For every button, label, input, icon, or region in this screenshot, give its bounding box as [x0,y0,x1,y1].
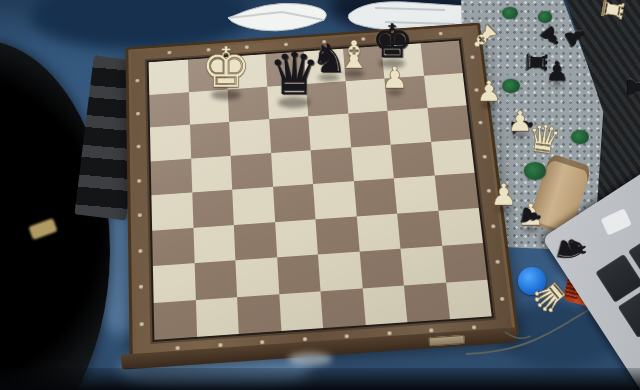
coordinate-label-dot [470,55,474,59]
carpet-reflection [288,352,332,366]
coordinate-label-dot [491,224,496,228]
coordinate-label-dot [137,145,141,149]
square [271,150,313,187]
coordinate-label-dot [429,328,434,332]
coordinate-label-dot [136,111,140,115]
square [226,54,267,89]
square [231,153,273,190]
piece-shadow [379,59,404,67]
square [400,246,445,285]
square [194,260,237,299]
square [351,144,394,181]
coordinate-label-dot [500,296,505,300]
piece-shadow [278,97,310,107]
coordinate-label-dot [387,331,392,335]
square [193,225,235,264]
square [308,114,350,150]
coordinate-label-dot [482,154,486,158]
square [265,51,306,86]
coordinate-label-dot [260,340,264,344]
square [235,257,278,296]
coordinate-label-dot [471,325,476,329]
square [318,252,362,291]
green-felt-base [502,79,520,93]
square [234,222,277,261]
coordinate-label-dot [135,79,139,83]
square [404,282,450,322]
square [313,181,356,219]
square [232,187,274,225]
coordinate-label-dot [138,249,142,253]
square [229,119,271,155]
square [151,192,193,230]
square [311,147,354,184]
chessboard [125,23,519,362]
coordinate-label-dot [137,179,141,183]
coordinate-label-dot [167,51,171,55]
square [359,249,404,288]
square [345,78,387,114]
square [275,219,318,258]
coordinate-label-dot [245,45,249,49]
coordinate-label-dot [344,334,348,338]
coordinate-label-dot [206,48,210,52]
coordinate-label-dot [139,285,143,289]
square [438,207,483,245]
photo-scene: ♚♛♞♝♚♟♝♜♟♟♜♟♟♝♟♛♟♟♟♞♛♟ [0,0,640,390]
coordinate-label-dot [138,213,142,217]
square [195,297,238,337]
green-felt-base [571,130,589,144]
square [269,116,311,152]
coordinate-label-dot [283,43,287,47]
square [150,125,191,161]
square [442,243,488,282]
square [353,178,397,216]
square [151,158,192,195]
coordinate-label-dot [438,32,442,36]
coordinate-label-dot [302,337,306,341]
square [191,155,233,192]
square [320,288,365,328]
square [434,173,479,211]
coordinate-label-dot [487,189,491,193]
coordinate-label-dot [218,343,222,347]
square [446,279,492,319]
square [431,139,475,176]
square [279,291,323,331]
square [348,111,391,147]
green-felt-base [524,162,546,180]
coordinate-label-dot [361,37,365,41]
square [277,255,321,294]
square [306,81,348,117]
square [154,300,197,340]
paper-boat [222,0,342,38]
square [427,105,471,141]
square [356,213,400,251]
laptop-sticker [601,208,632,235]
green-felt-base [538,11,552,22]
board-grid [149,41,492,340]
square [394,176,438,214]
coordinate-label-dot [140,322,144,326]
square [273,184,316,222]
coordinate-label-dot [175,346,179,350]
square [391,141,435,178]
square [152,227,194,266]
square [397,210,442,248]
square [420,41,463,76]
coordinate-label-dot [322,40,326,44]
square [149,60,189,95]
coordinate-label-dot [399,35,403,39]
square [149,92,189,128]
square [387,108,430,144]
bottom-shadow [0,368,640,390]
square [362,285,407,325]
brass-latch [428,335,465,346]
coordinate-label-dot [495,260,500,264]
square [237,294,281,334]
square [190,122,231,158]
blue-bottle-cap [518,267,546,295]
coordinate-label-dot [478,121,482,125]
square [315,216,359,254]
square [424,73,467,108]
coordinate-label-dot [474,88,478,92]
square [192,190,234,228]
square [187,57,227,92]
square [153,263,195,302]
